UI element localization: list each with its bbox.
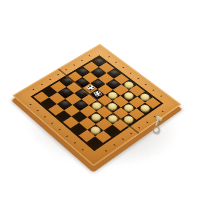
- square-r1c7: [137, 102, 153, 114]
- square-r6c3: [64, 105, 80, 117]
- light-piece: [90, 101, 102, 110]
- product-photo-viewport: [0, 0, 200, 200]
- square-r5c5: [88, 112, 104, 124]
- square-r6c2: [57, 98, 73, 110]
- square-r5c6: [96, 118, 112, 130]
- square-r7c3: [55, 110, 71, 122]
- square-r5c4: [80, 105, 96, 117]
- square-r4c4: [89, 100, 105, 112]
- square-r7c2: [48, 104, 64, 116]
- light-piece: [139, 104, 151, 113]
- square-r4c6: [104, 112, 120, 124]
- square-r6c6: [87, 124, 104, 136]
- board-tilt-wrap: [34, 37, 160, 163]
- square-r5c3: [73, 99, 89, 111]
- square-r6c4: [72, 111, 88, 123]
- light-piece: [122, 115, 135, 124]
- square-r2c7: [129, 108, 145, 120]
- square-r6c7: [95, 130, 112, 143]
- square-r7c5: [71, 123, 88, 135]
- square-r4c7: [112, 119, 128, 131]
- light-piece: [106, 102, 118, 111]
- dark-piece: [58, 100, 70, 109]
- light-piece: [122, 103, 134, 112]
- square-r7c1: [41, 98, 57, 110]
- square-r3c6: [113, 107, 129, 119]
- square-r2c6: [121, 102, 137, 114]
- square-r5c7: [104, 124, 121, 136]
- square-r7c6: [78, 129, 95, 142]
- square-r7c4: [63, 116, 79, 128]
- square-r3c5: [105, 101, 121, 113]
- square-r7c7: [86, 136, 103, 149]
- light-piece: [90, 113, 103, 122]
- dark-piece: [74, 100, 86, 109]
- light-piece: [89, 125, 102, 135]
- square-r6c5: [79, 117, 95, 129]
- frame-peg-holes-bottom: [26, 100, 89, 154]
- square-r3c7: [120, 113, 136, 125]
- light-piece: [106, 114, 119, 123]
- square-r4c5: [96, 106, 112, 118]
